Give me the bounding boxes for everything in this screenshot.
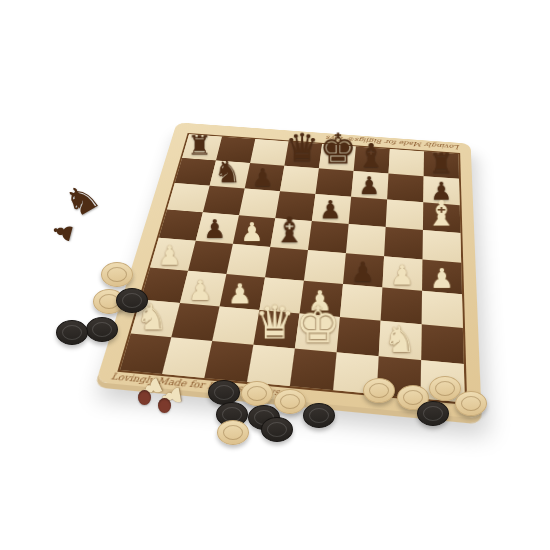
square-f2[interactable] <box>337 317 381 356</box>
piece-white-pawn: ♟ <box>300 287 340 315</box>
square-e2[interactable]: ♚ <box>295 314 340 353</box>
captured-black-pawn[interactable]: ♟ <box>49 219 78 246</box>
square-f5[interactable] <box>346 224 386 256</box>
square-f7[interactable]: ♟ <box>351 171 388 200</box>
square-b3[interactable]: ♟ <box>180 271 226 307</box>
piece-black-pawn: ♟ <box>351 173 387 198</box>
square-g4[interactable]: ♟ <box>382 256 422 291</box>
square-b2[interactable] <box>171 303 219 341</box>
square-e8[interactable]: ♚ <box>319 144 356 171</box>
checker-cream[interactable] <box>217 420 249 445</box>
square-h2[interactable] <box>421 324 464 364</box>
square-a4[interactable]: ♟ <box>150 238 196 271</box>
square-c6[interactable] <box>239 188 280 218</box>
square-h3[interactable] <box>422 291 463 328</box>
captured-black-knight[interactable]: ♞ <box>58 175 107 225</box>
piece-black-king: ♚ <box>319 128 354 170</box>
piece-white-pawn: ♟ <box>220 280 260 308</box>
checker-cream[interactable] <box>274 389 306 414</box>
checker-black[interactable] <box>116 288 148 313</box>
board-inner-border: ♜♛♚♝♜♞♟♟♟♟♝♟♟♝♟♟♟♟♟♟♟♞♛♚♞ <box>117 133 467 405</box>
square-e4[interactable] <box>304 250 346 284</box>
square-g6[interactable] <box>386 200 424 231</box>
square-b6[interactable] <box>203 186 245 216</box>
square-f8[interactable]: ♝ <box>354 147 390 174</box>
chess-board: ♜♛♚♝♜♞♟♟♟♟♝♟♟♝♟♟♟♟♟♟♟♞♛♚♞ <box>120 134 465 402</box>
square-d6[interactable] <box>275 191 315 221</box>
square-d7[interactable] <box>280 166 319 194</box>
square-c3[interactable]: ♟ <box>220 274 265 310</box>
checker-cream[interactable] <box>363 378 395 403</box>
piece-white-pawn: ♟ <box>233 219 271 245</box>
square-d5[interactable]: ♝ <box>270 218 312 250</box>
square-f3[interactable] <box>340 284 382 321</box>
square-b5[interactable]: ♟ <box>196 212 239 243</box>
square-g7[interactable] <box>387 174 424 203</box>
piece-white-pawn: ♟ <box>180 277 220 304</box>
square-h8[interactable]: ♜ <box>424 152 459 179</box>
square-e7[interactable] <box>315 168 353 196</box>
square-h5[interactable] <box>422 230 461 263</box>
square-e5[interactable] <box>308 221 349 253</box>
pawn-felt-base <box>138 390 151 405</box>
piece-white-pawn: ♟ <box>422 265 462 292</box>
pawn-felt-base <box>158 398 171 413</box>
square-b8[interactable] <box>216 137 255 163</box>
checker-black[interactable] <box>208 380 240 405</box>
square-d4[interactable] <box>265 247 308 281</box>
checker-black[interactable] <box>56 320 88 345</box>
scene: ♜♛♚♝♜♞♟♟♟♟♝♟♟♝♟♟♟♟♟♟♟♞♛♚♞ Lovingly Made … <box>0 0 550 550</box>
square-c7[interactable]: ♟ <box>245 163 285 191</box>
square-d1[interactable] <box>247 345 295 386</box>
checker-cream[interactable] <box>241 381 273 406</box>
square-b4[interactable] <box>188 241 233 274</box>
checker-cream[interactable] <box>101 262 133 287</box>
square-c4[interactable] <box>226 244 270 278</box>
square-c5[interactable]: ♟ <box>233 215 275 247</box>
piece-black-pawn: ♟ <box>423 179 459 204</box>
square-h4[interactable]: ♟ <box>422 259 462 294</box>
square-h7[interactable]: ♟ <box>423 176 459 205</box>
piece-black-pawn: ♟ <box>312 197 349 222</box>
piece-black-pawn: ♟ <box>196 216 234 242</box>
checker-black[interactable] <box>261 417 293 442</box>
square-c2[interactable] <box>212 306 259 344</box>
square-e1[interactable] <box>290 349 337 391</box>
checker-black[interactable] <box>86 317 118 342</box>
piece-black-pawn: ♟ <box>343 258 382 285</box>
square-f4[interactable]: ♟ <box>343 253 384 287</box>
square-d2[interactable]: ♛ <box>253 310 299 349</box>
square-d8[interactable]: ♛ <box>284 142 322 169</box>
square-g8[interactable] <box>389 149 424 176</box>
square-c1[interactable] <box>204 341 253 382</box>
checker-black[interactable] <box>303 403 335 428</box>
checker-cream[interactable] <box>455 391 487 416</box>
square-d3[interactable] <box>259 277 303 313</box>
piece-black-rook: ♜ <box>424 150 459 178</box>
piece-black-pawn: ♟ <box>245 165 281 189</box>
square-g2[interactable]: ♞ <box>379 321 422 360</box>
square-b7[interactable]: ♞ <box>210 160 250 188</box>
checker-black[interactable] <box>417 401 449 426</box>
square-e6[interactable]: ♟ <box>312 194 351 224</box>
square-e3[interactable]: ♟ <box>300 281 343 317</box>
piece-white-knight: ♞ <box>379 321 421 358</box>
piece-white-pawn: ♟ <box>150 242 189 268</box>
piece-black-queen: ♛ <box>285 129 320 167</box>
square-c8[interactable] <box>250 139 288 166</box>
piece-black-rook: ♜ <box>182 132 216 159</box>
square-a7[interactable] <box>175 158 216 186</box>
square-f6[interactable] <box>349 197 387 227</box>
board-perspective-wrapper: ♜♛♚♝♜♞♟♟♟♟♝♟♟♝♟♟♟♟♟♟♟♞♛♚♞ Lovingly Made … <box>138 80 478 420</box>
piece-white-pawn: ♟ <box>383 262 422 289</box>
square-h6[interactable]: ♝ <box>423 202 460 233</box>
square-g3[interactable] <box>381 287 422 324</box>
square-g5[interactable] <box>384 227 423 259</box>
